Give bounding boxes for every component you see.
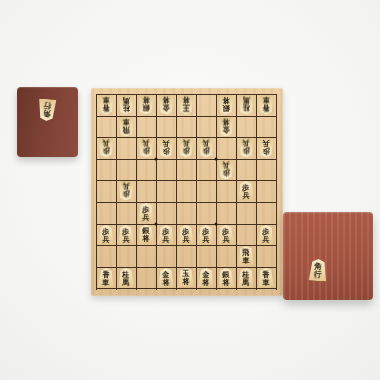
square-8-1[interactable]: 桂馬 bbox=[116, 94, 136, 116]
star-point bbox=[215, 222, 218, 225]
square-9-8[interactable] bbox=[96, 245, 116, 267]
piece-sente-gold[interactable]: 金将 bbox=[158, 267, 175, 287]
piece-kanji: 兵 bbox=[162, 139, 169, 147]
piece-kanji: 歩 bbox=[202, 147, 209, 155]
piece-kanji: 車 bbox=[102, 278, 109, 286]
piece-kanji: 将 bbox=[202, 278, 209, 286]
piece-gote-gold[interactable]: 金将 bbox=[218, 116, 235, 136]
square-5-9[interactable]: 玉将 bbox=[176, 267, 196, 289]
piece-kanji: 歩 bbox=[182, 147, 189, 155]
piece-kanji: 銀 bbox=[142, 104, 149, 112]
square-1-1[interactable]: 香車 bbox=[256, 94, 276, 116]
square-4-5[interactable] bbox=[196, 180, 216, 202]
piece-kanji: 歩 bbox=[262, 147, 269, 155]
piece-sente-pawn[interactable]: 歩兵 bbox=[198, 224, 214, 244]
square-4-2[interactable] bbox=[196, 116, 216, 138]
square-1-6[interactable] bbox=[256, 202, 276, 224]
piece-kanji: 歩 bbox=[122, 190, 129, 198]
square-7-5[interactable] bbox=[136, 180, 156, 202]
square-8-4[interactable] bbox=[116, 159, 136, 181]
square-7-8[interactable] bbox=[136, 245, 156, 267]
square-6-9[interactable]: 金将 bbox=[156, 267, 176, 289]
square-1-8[interactable] bbox=[256, 245, 276, 267]
square-4-1[interactable] bbox=[196, 94, 216, 116]
piece-kanji: 将 bbox=[182, 96, 189, 104]
square-7-1[interactable]: 銀将 bbox=[136, 94, 156, 116]
square-1-4[interactable] bbox=[256, 159, 276, 181]
square-3-6[interactable] bbox=[216, 202, 236, 224]
piece-sente-knight[interactable]: 桂馬 bbox=[118, 268, 134, 288]
square-7-6[interactable]: 歩兵 bbox=[136, 202, 156, 224]
square-2-8[interactable]: 飛車 bbox=[236, 245, 256, 267]
piece-kanji: 将 bbox=[182, 278, 189, 286]
piece-gote-gold[interactable]: 金将 bbox=[158, 95, 174, 115]
piece-gote-pawn[interactable]: 歩兵 bbox=[198, 138, 214, 158]
square-1-9[interactable]: 香車 bbox=[256, 267, 276, 289]
piece-kanji: 馬 bbox=[122, 278, 129, 286]
piece-kanji: 兵 bbox=[122, 182, 129, 190]
square-9-7[interactable]: 歩兵 bbox=[96, 224, 116, 246]
square-7-2[interactable] bbox=[136, 116, 156, 138]
square-8-7[interactable]: 歩兵 bbox=[116, 224, 136, 246]
piece-kanji: 将 bbox=[142, 235, 149, 243]
square-3-8[interactable] bbox=[216, 245, 236, 267]
piece-kanji: 桂 bbox=[242, 104, 249, 112]
square-8-3[interactable] bbox=[116, 137, 136, 159]
square-6-3[interactable]: 歩兵 bbox=[156, 137, 176, 159]
square-3-1[interactable]: 銀将 bbox=[216, 94, 236, 116]
star-point bbox=[155, 222, 158, 225]
piece-kanji: 車 bbox=[262, 278, 269, 286]
piece-sente-pawn[interactable]: 歩兵 bbox=[138, 203, 155, 223]
square-8-6[interactable] bbox=[116, 202, 136, 224]
piece-kanji: 車 bbox=[102, 96, 109, 104]
square-1-5[interactable] bbox=[256, 180, 276, 202]
square-6-7[interactable]: 歩兵 bbox=[156, 224, 176, 246]
piece-kanji: 兵 bbox=[262, 235, 269, 243]
piece-kanji: 行 bbox=[43, 100, 51, 109]
square-5-5[interactable] bbox=[176, 180, 196, 202]
piece-gote-king[interactable]: 王将 bbox=[178, 95, 194, 115]
square-5-4[interactable] bbox=[176, 159, 196, 181]
star-point bbox=[215, 157, 218, 160]
piece-gote-knight[interactable]: 桂馬 bbox=[238, 95, 255, 115]
piece-kanji: 歩 bbox=[102, 147, 109, 155]
piece-sente-pawn[interactable]: 歩兵 bbox=[158, 224, 175, 244]
piece-sente-pawn[interactable]: 歩兵 bbox=[258, 224, 275, 244]
square-6-5[interactable] bbox=[156, 180, 176, 202]
star-point bbox=[155, 157, 158, 160]
piece-kanji: 将 bbox=[222, 118, 229, 126]
piece-sente-silver[interactable]: 銀将 bbox=[138, 225, 154, 245]
piece-sente-pawn[interactable]: 歩兵 bbox=[118, 224, 135, 244]
piece-kanji: 桂 bbox=[122, 104, 129, 112]
komadai-gote: 角行 bbox=[17, 87, 78, 157]
piece-gote-bishop[interactable]: 角行 bbox=[37, 98, 56, 121]
piece-gote-pawn[interactable]: 歩兵 bbox=[138, 138, 155, 158]
square-9-5[interactable] bbox=[96, 180, 116, 202]
piece-sente-bishop[interactable]: 角行 bbox=[308, 259, 327, 282]
piece-kanji: 兵 bbox=[102, 235, 109, 243]
piece-sente-lance[interactable]: 香車 bbox=[98, 267, 115, 287]
square-9-3[interactable]: 歩兵 bbox=[96, 137, 116, 159]
square-9-2[interactable] bbox=[96, 116, 116, 138]
piece-kanji: 兵 bbox=[202, 139, 209, 147]
square-8-2[interactable]: 飛車 bbox=[116, 116, 136, 138]
square-9-6[interactable] bbox=[96, 202, 116, 224]
piece-kanji: 兵 bbox=[242, 139, 249, 147]
piece-kanji: 兵 bbox=[222, 235, 229, 243]
square-4-3[interactable]: 歩兵 bbox=[196, 137, 216, 159]
komadai-sente: 角行 bbox=[283, 212, 373, 300]
piece-kanji: 香 bbox=[262, 104, 269, 112]
piece-kanji: 行 bbox=[314, 271, 322, 280]
square-3-4[interactable]: 歩兵 bbox=[216, 159, 236, 181]
square-2-6[interactable] bbox=[236, 202, 256, 224]
piece-sente-gold[interactable]: 金将 bbox=[198, 267, 215, 287]
square-2-3[interactable]: 歩兵 bbox=[236, 137, 256, 159]
piece-sente-pawn[interactable]: 歩兵 bbox=[98, 224, 114, 244]
piece-sente-silver[interactable]: 銀将 bbox=[218, 268, 234, 288]
square-5-1[interactable]: 王将 bbox=[176, 94, 196, 116]
piece-kanji: 馬 bbox=[242, 278, 249, 286]
square-2-7[interactable] bbox=[236, 224, 256, 246]
square-2-9[interactable]: 桂馬 bbox=[236, 267, 256, 289]
square-4-9[interactable]: 金将 bbox=[196, 267, 216, 289]
piece-kanji: 将 bbox=[222, 96, 229, 104]
piece-gote-silver[interactable]: 銀将 bbox=[138, 95, 155, 115]
piece-kanji: 金 bbox=[162, 104, 169, 112]
square-7-3[interactable]: 歩兵 bbox=[136, 137, 156, 159]
piece-kanji: 将 bbox=[142, 96, 149, 104]
piece-kanji: 将 bbox=[162, 96, 169, 104]
piece-sente-knight[interactable]: 桂馬 bbox=[238, 268, 254, 288]
square-5-3[interactable]: 歩兵 bbox=[176, 137, 196, 159]
square-1-2[interactable] bbox=[256, 116, 276, 138]
piece-kanji: 車 bbox=[242, 257, 249, 265]
square-3-3[interactable] bbox=[216, 137, 236, 159]
piece-gote-pawn[interactable]: 歩兵 bbox=[158, 138, 174, 158]
piece-kanji: 兵 bbox=[102, 139, 109, 147]
piece-kanji: 歩 bbox=[162, 147, 169, 155]
piece-gote-pawn[interactable]: 歩兵 bbox=[218, 160, 234, 180]
piece-gote-lance[interactable]: 香車 bbox=[98, 95, 115, 115]
piece-kanji: 王 bbox=[182, 104, 189, 112]
square-9-9[interactable]: 香車 bbox=[96, 267, 116, 289]
piece-kanji: 香 bbox=[102, 104, 109, 112]
piece-kanji: 兵 bbox=[122, 235, 129, 243]
square-2-4[interactable] bbox=[236, 159, 256, 181]
square-5-7[interactable]: 歩兵 bbox=[176, 224, 196, 246]
piece-kanji: 兵 bbox=[202, 235, 209, 243]
square-8-8[interactable] bbox=[116, 245, 136, 267]
square-2-5[interactable]: 歩兵 bbox=[236, 180, 256, 202]
square-3-9[interactable]: 銀将 bbox=[216, 267, 236, 289]
piece-gote-knight[interactable]: 桂馬 bbox=[118, 95, 134, 115]
piece-gote-pawn[interactable]: 歩兵 bbox=[258, 138, 274, 158]
piece-sente-pawn[interactable]: 歩兵 bbox=[238, 181, 254, 201]
shogi-board: 香車桂馬銀将金将王将銀将桂馬香車飛車金将歩兵歩兵歩兵歩兵歩兵歩兵歩兵歩兵歩兵歩兵… bbox=[91, 88, 283, 296]
piece-kanji: 兵 bbox=[142, 139, 149, 147]
piece-sente-king[interactable]: 玉将 bbox=[178, 268, 194, 288]
piece-gote-pawn[interactable]: 歩兵 bbox=[178, 138, 195, 158]
shogi-photo: 角行 香車桂馬銀将金将王将銀将桂馬香車飛車金将歩兵歩兵歩兵歩兵歩兵歩兵歩兵歩兵歩… bbox=[0, 0, 380, 380]
square-4-8[interactable] bbox=[196, 245, 216, 267]
square-4-4[interactable] bbox=[196, 159, 216, 181]
board-grid: 香車桂馬銀将金将王将銀将桂馬香車飛車金将歩兵歩兵歩兵歩兵歩兵歩兵歩兵歩兵歩兵歩兵… bbox=[96, 94, 277, 290]
square-2-1[interactable]: 桂馬 bbox=[236, 94, 256, 116]
square-3-2[interactable]: 金将 bbox=[216, 116, 236, 138]
piece-kanji: 兵 bbox=[182, 235, 189, 243]
piece-kanji: 歩 bbox=[242, 147, 249, 155]
square-4-7[interactable]: 歩兵 bbox=[196, 224, 216, 246]
square-2-2[interactable] bbox=[236, 116, 256, 138]
piece-sente-rook[interactable]: 飛車 bbox=[238, 246, 255, 266]
piece-sente-lance[interactable]: 香車 bbox=[258, 267, 275, 287]
piece-gote-silver[interactable]: 銀将 bbox=[218, 95, 234, 115]
piece-kanji: 兵 bbox=[242, 192, 249, 200]
square-8-5[interactable]: 歩兵 bbox=[116, 180, 136, 202]
square-7-4[interactable] bbox=[136, 159, 156, 181]
square-3-5[interactable] bbox=[216, 180, 236, 202]
square-9-4[interactable] bbox=[96, 159, 116, 181]
piece-kanji: 兵 bbox=[162, 235, 169, 243]
square-6-8[interactable] bbox=[156, 245, 176, 267]
square-5-6[interactable] bbox=[176, 202, 196, 224]
square-9-1[interactable]: 香車 bbox=[96, 94, 116, 116]
piece-gote-pawn[interactable]: 歩兵 bbox=[98, 138, 114, 158]
piece-kanji: 将 bbox=[222, 278, 229, 286]
piece-kanji: 馬 bbox=[242, 96, 249, 104]
square-6-6[interactable] bbox=[156, 202, 176, 224]
piece-kanji: 銀 bbox=[222, 104, 229, 112]
square-4-6[interactable] bbox=[196, 202, 216, 224]
piece-kanji: 車 bbox=[262, 96, 269, 104]
piece-gote-pawn[interactable]: 歩兵 bbox=[118, 181, 135, 201]
piece-kanji: 歩 bbox=[142, 147, 149, 155]
square-3-7[interactable]: 歩兵 bbox=[216, 224, 236, 246]
piece-kanji: 将 bbox=[162, 278, 169, 286]
square-6-1[interactable]: 金将 bbox=[156, 94, 176, 116]
square-1-3[interactable]: 歩兵 bbox=[256, 137, 276, 159]
piece-kanji: 兵 bbox=[222, 161, 229, 169]
piece-sente-pawn[interactable]: 歩兵 bbox=[178, 224, 194, 244]
square-6-2[interactable] bbox=[156, 116, 176, 138]
square-7-9[interactable] bbox=[136, 267, 156, 289]
piece-gote-lance[interactable]: 香車 bbox=[258, 95, 274, 115]
piece-sente-pawn[interactable]: 歩兵 bbox=[218, 224, 235, 244]
square-1-7[interactable]: 歩兵 bbox=[256, 224, 276, 246]
piece-kanji: 兵 bbox=[142, 213, 149, 221]
square-5-8[interactable] bbox=[176, 245, 196, 267]
piece-kanji: 馬 bbox=[122, 96, 129, 104]
piece-gote-pawn[interactable]: 歩兵 bbox=[238, 138, 255, 158]
piece-kanji: 兵 bbox=[182, 139, 189, 147]
square-5-2[interactable] bbox=[176, 116, 196, 138]
square-7-7[interactable]: 銀将 bbox=[136, 224, 156, 246]
piece-kanji: 兵 bbox=[262, 139, 269, 147]
square-6-4[interactable] bbox=[156, 159, 176, 181]
piece-gote-rook[interactable]: 飛車 bbox=[118, 116, 135, 136]
square-8-9[interactable]: 桂馬 bbox=[116, 267, 136, 289]
piece-kanji: 車 bbox=[122, 118, 129, 126]
